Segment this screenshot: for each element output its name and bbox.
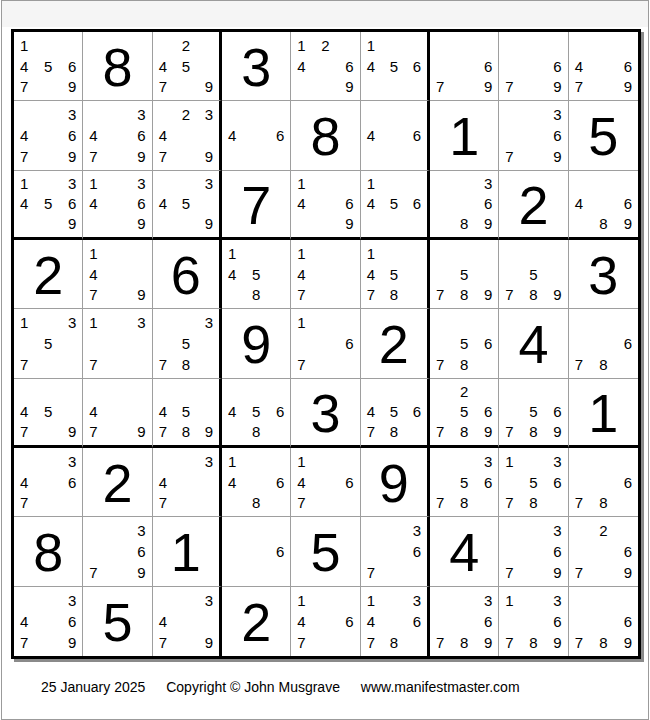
- pencilmarks: 1468: [222, 448, 290, 516]
- cell-r5c8[interactable]: 4: [499, 309, 568, 378]
- solved-digit: 7: [222, 171, 290, 237]
- cell-r6c7[interactable]: 256789: [430, 379, 499, 448]
- pencilmarks: 1479: [83, 240, 151, 308]
- pencilmarks: 34679: [14, 587, 82, 656]
- cell-r8c9[interactable]: 2679: [569, 517, 638, 586]
- pencilmarks: 136789: [499, 587, 567, 656]
- pencilmarks: 5789: [499, 240, 567, 308]
- pencilmarks: 1467: [291, 587, 359, 656]
- cell-r8c8[interactable]: 3679: [499, 517, 568, 586]
- pencilmarks: 46: [222, 101, 290, 169]
- sudoku-board: 1456798245793124691456679679467934679346…: [11, 29, 641, 659]
- cell-r9c4[interactable]: 2: [222, 587, 291, 656]
- pencilmarks: 1456: [361, 32, 427, 100]
- pencilmarks: 4679: [569, 32, 638, 100]
- solved-digit: 1: [569, 379, 638, 445]
- cell-r1c5[interactable]: 12469: [291, 32, 360, 101]
- cell-r5c5[interactable]: 167: [291, 309, 360, 378]
- cell-r1c3[interactable]: 24579: [153, 32, 222, 101]
- cell-r7c6[interactable]: 9: [361, 448, 430, 517]
- pencilmarks: 678: [569, 309, 638, 377]
- pencilmarks: 134678: [361, 587, 427, 656]
- pencilmarks: 3467: [14, 448, 82, 516]
- pencilmarks: 24579: [153, 32, 219, 100]
- solved-digit: 5: [83, 587, 151, 656]
- cell-r7c5[interactable]: 1467: [291, 448, 360, 517]
- solved-digit: 9: [222, 309, 290, 377]
- pencilmarks: 1458: [222, 240, 290, 308]
- cell-r3c9[interactable]: 4689: [569, 171, 638, 240]
- cell-r9c1[interactable]: 34679: [14, 587, 83, 656]
- cell-r8c5[interactable]: 5: [291, 517, 360, 586]
- solved-digit: 3: [569, 240, 638, 308]
- pencilmarks: 45789: [153, 379, 219, 445]
- cell-r1c7[interactable]: 679: [430, 32, 499, 101]
- pencilmarks: 147: [291, 240, 359, 308]
- cell-r8c2[interactable]: 3679: [83, 517, 152, 586]
- footer-date: 25 January 2025: [41, 679, 145, 695]
- pencilmarks: 3479: [153, 587, 219, 656]
- cell-r5c9[interactable]: 678: [569, 309, 638, 378]
- pencilmarks: 12469: [291, 32, 359, 100]
- cell-r6c1[interactable]: 4579: [14, 379, 83, 448]
- pencilmarks: 5789: [430, 240, 498, 308]
- pencilmarks: 46: [361, 101, 427, 169]
- cell-r2c5[interactable]: 8: [291, 101, 360, 170]
- pencilmarks: 3689: [430, 171, 498, 237]
- pencilmarks: 45678: [361, 379, 427, 445]
- solved-digit: 8: [83, 32, 151, 100]
- pencilmarks: 56789: [499, 379, 567, 445]
- pencilmarks: 23479: [153, 101, 219, 169]
- pencilmarks: 14578: [361, 240, 427, 308]
- cell-r5c3[interactable]: 3578: [153, 309, 222, 378]
- pencilmarks: 3679: [499, 101, 567, 169]
- cell-r6c8[interactable]: 56789: [499, 379, 568, 448]
- solved-digit: 5: [291, 517, 359, 585]
- cell-r1c1[interactable]: 145679: [14, 32, 83, 101]
- pencilmarks: 4689: [569, 171, 638, 237]
- top-strip: [2, 1, 648, 27]
- cell-r8c4[interactable]: 6: [222, 517, 291, 586]
- cell-r9c5[interactable]: 1467: [291, 587, 360, 656]
- solved-digit: 3: [222, 32, 290, 100]
- pencilmarks: 679: [499, 32, 567, 100]
- pencilmarks: 145679: [14, 32, 82, 100]
- cell-r6c4[interactable]: 4568: [222, 379, 291, 448]
- cell-r1c4[interactable]: 3: [222, 32, 291, 101]
- cell-r5c6[interactable]: 2: [361, 309, 430, 378]
- cell-r1c8[interactable]: 679: [499, 32, 568, 101]
- footer-website: www.manifestmaster.com: [361, 679, 520, 695]
- cell-r4c1[interactable]: 2: [14, 240, 83, 309]
- pencilmarks: 4579: [14, 379, 82, 445]
- cell-r7c1[interactable]: 3467: [14, 448, 83, 517]
- solved-digit: 9: [361, 448, 427, 516]
- cell-r9c2[interactable]: 5: [83, 587, 152, 656]
- solved-digit: 5: [569, 101, 638, 169]
- pencilmarks: 3679: [83, 517, 151, 585]
- pencilmarks: 135678: [499, 448, 567, 516]
- solved-digit: 2: [14, 240, 82, 308]
- solved-digit: 4: [430, 517, 498, 585]
- cell-r5c7[interactable]: 5678: [430, 309, 499, 378]
- cell-r2c4[interactable]: 46: [222, 101, 291, 170]
- cell-r6c6[interactable]: 45678: [361, 379, 430, 448]
- cell-r2c1[interactable]: 34679: [14, 101, 83, 170]
- solved-digit: 6: [153, 240, 219, 308]
- pencilmarks: 6: [222, 517, 290, 585]
- solved-digit: 2: [361, 309, 427, 377]
- footer-copyright: Copyright © John Musgrave: [166, 679, 340, 695]
- pencilmarks: 2679: [569, 517, 638, 585]
- cell-r4c7[interactable]: 5789: [430, 240, 499, 309]
- cell-r9c6[interactable]: 134678: [361, 587, 430, 656]
- solved-digit: 8: [14, 517, 82, 585]
- cell-r4c6[interactable]: 14578: [361, 240, 430, 309]
- cell-r6c3[interactable]: 45789: [153, 379, 222, 448]
- solved-digit: 2: [222, 587, 290, 656]
- pencilmarks: 13469: [83, 171, 151, 237]
- cell-r5c2[interactable]: 137: [83, 309, 152, 378]
- cell-r7c2[interactable]: 2: [83, 448, 152, 517]
- pencilmarks: 6789: [569, 587, 638, 656]
- cell-r6c5[interactable]: 3: [291, 379, 360, 448]
- cell-r8c1[interactable]: 8: [14, 517, 83, 586]
- pencilmarks: 1469: [291, 171, 359, 237]
- pencilmarks: 3459: [153, 171, 219, 237]
- cell-r6c9[interactable]: 1: [569, 379, 638, 448]
- pencilmarks: 256789: [430, 379, 498, 445]
- cell-r1c2[interactable]: 8: [83, 32, 152, 101]
- cell-r6c2[interactable]: 479: [83, 379, 152, 448]
- pencilmarks: 3578: [153, 309, 219, 377]
- solved-digit: 2: [499, 171, 567, 237]
- cell-r3c1[interactable]: 134569: [14, 171, 83, 240]
- cell-r1c6[interactable]: 1456: [361, 32, 430, 101]
- cell-r4c2[interactable]: 1479: [83, 240, 152, 309]
- cell-r8c7[interactable]: 4: [430, 517, 499, 586]
- solved-digit: 8: [291, 101, 359, 169]
- cell-r7c9[interactable]: 678: [569, 448, 638, 517]
- cell-r7c4[interactable]: 1468: [222, 448, 291, 517]
- cell-r3c6[interactable]: 1456: [361, 171, 430, 240]
- cell-r4c5[interactable]: 147: [291, 240, 360, 309]
- cell-r8c3[interactable]: 1: [153, 517, 222, 586]
- cell-r5c1[interactable]: 1357: [14, 309, 83, 378]
- pencilmarks: 4568: [222, 379, 290, 445]
- cell-r5c4[interactable]: 9: [222, 309, 291, 378]
- pencilmarks: 5678: [430, 309, 498, 377]
- cell-r7c8[interactable]: 135678: [499, 448, 568, 517]
- page: 1456798245793124691456679679467934679346…: [1, 0, 649, 720]
- cell-r1c9[interactable]: 4679: [569, 32, 638, 101]
- cell-r9c8[interactable]: 136789: [499, 587, 568, 656]
- cell-r3c2[interactable]: 13469: [83, 171, 152, 240]
- pencilmarks: 36789: [430, 587, 498, 656]
- pencilmarks: 678: [569, 448, 638, 516]
- footer: 25 January 2025 Copyright © John Musgrav…: [41, 679, 537, 695]
- pencilmarks: 679: [430, 32, 498, 100]
- pencilmarks: 1467: [291, 448, 359, 516]
- pencilmarks: 34679: [14, 101, 82, 169]
- pencilmarks: 34679: [83, 101, 151, 169]
- cell-r9c3[interactable]: 3479: [153, 587, 222, 656]
- cell-r3c5[interactable]: 1469: [291, 171, 360, 240]
- solved-digit: 1: [153, 517, 219, 585]
- cell-r4c8[interactable]: 5789: [499, 240, 568, 309]
- pencilmarks: 35678: [430, 448, 498, 516]
- cell-r3c7[interactable]: 3689: [430, 171, 499, 240]
- solved-digit: 1: [430, 101, 498, 169]
- solved-digit: 2: [83, 448, 151, 516]
- cell-r7c7[interactable]: 35678: [430, 448, 499, 517]
- cell-r9c7[interactable]: 36789: [430, 587, 499, 656]
- cell-r4c9[interactable]: 3: [569, 240, 638, 309]
- cell-r2c2[interactable]: 34679: [83, 101, 152, 170]
- cell-r3c3[interactable]: 3459: [153, 171, 222, 240]
- cell-r4c3[interactable]: 6: [153, 240, 222, 309]
- cell-r3c4[interactable]: 7: [222, 171, 291, 240]
- pencilmarks: 479: [83, 379, 151, 445]
- pencilmarks: 1456: [361, 171, 427, 237]
- solved-digit: 4: [499, 309, 567, 377]
- pencilmarks: 3679: [499, 517, 567, 585]
- pencilmarks: 347: [153, 448, 219, 516]
- pencilmarks: 1357: [14, 309, 82, 377]
- cell-r2c9[interactable]: 5: [569, 101, 638, 170]
- pencilmarks: 134569: [14, 171, 82, 237]
- cell-r2c6[interactable]: 46: [361, 101, 430, 170]
- cell-r4c4[interactable]: 1458: [222, 240, 291, 309]
- cell-r2c3[interactable]: 23479: [153, 101, 222, 170]
- cell-r2c8[interactable]: 3679: [499, 101, 568, 170]
- cell-r8c6[interactable]: 367: [361, 517, 430, 586]
- pencilmarks: 137: [83, 309, 151, 377]
- pencilmarks: 367: [361, 517, 427, 585]
- pencilmarks: 167: [291, 309, 359, 377]
- solved-digit: 3: [291, 379, 359, 445]
- cell-r2c7[interactable]: 1: [430, 101, 499, 170]
- cell-r9c9[interactable]: 6789: [569, 587, 638, 656]
- cell-r7c3[interactable]: 347: [153, 448, 222, 517]
- cell-r3c8[interactable]: 2: [499, 171, 568, 240]
